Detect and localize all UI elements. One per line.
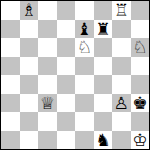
square-c6[interactable]: [38, 38, 57, 57]
white-queen[interactable]: ♕: [40, 94, 55, 113]
square-b4[interactable]: [20, 75, 39, 94]
square-e1[interactable]: [75, 131, 94, 150]
square-b5[interactable]: [20, 57, 39, 76]
square-c3[interactable]: ♕: [38, 94, 57, 113]
square-a6[interactable]: [1, 38, 20, 57]
square-g1[interactable]: [112, 131, 131, 150]
square-f6[interactable]: [94, 38, 113, 57]
black-rook[interactable]: ♜: [95, 20, 110, 39]
square-b8[interactable]: ♗: [20, 1, 39, 20]
square-e5[interactable]: [75, 57, 94, 76]
square-b2[interactable]: [20, 112, 39, 131]
square-g3[interactable]: ♙: [112, 94, 131, 113]
square-e6[interactable]: ♘: [75, 38, 94, 57]
square-h7[interactable]: [131, 20, 150, 39]
square-f2[interactable]: [94, 112, 113, 131]
square-f5[interactable]: [94, 57, 113, 76]
white-knight[interactable]: ♘: [132, 38, 147, 57]
square-b7[interactable]: [20, 20, 39, 39]
square-h4[interactable]: [131, 75, 150, 94]
black-bishop[interactable]: ♝: [77, 20, 92, 39]
square-a2[interactable]: [1, 112, 20, 131]
square-d2[interactable]: [57, 112, 76, 131]
square-d3[interactable]: [57, 94, 76, 113]
square-g6[interactable]: [112, 38, 131, 57]
square-a5[interactable]: [1, 57, 20, 76]
square-a8[interactable]: [1, 1, 20, 20]
square-b6[interactable]: [20, 38, 39, 57]
square-g4[interactable]: [112, 75, 131, 94]
square-h5[interactable]: [131, 57, 150, 76]
square-f8[interactable]: [94, 1, 113, 20]
board-grid: ♗♖♝♜♘♘♕♙♚♞♔: [1, 1, 149, 149]
square-a7[interactable]: [1, 20, 20, 39]
square-d4[interactable]: [57, 75, 76, 94]
square-c5[interactable]: [38, 57, 57, 76]
square-a3[interactable]: [1, 94, 20, 113]
square-e8[interactable]: [75, 1, 94, 20]
square-c4[interactable]: [38, 75, 57, 94]
square-e4[interactable]: [75, 75, 94, 94]
square-h3[interactable]: ♚: [131, 94, 150, 113]
square-f4[interactable]: [94, 75, 113, 94]
square-f7[interactable]: ♜: [94, 20, 113, 39]
square-b1[interactable]: [20, 131, 39, 150]
black-king[interactable]: ♚: [132, 94, 147, 113]
square-a4[interactable]: [1, 75, 20, 94]
square-g2[interactable]: [112, 112, 131, 131]
square-c2[interactable]: [38, 112, 57, 131]
square-d5[interactable]: [57, 57, 76, 76]
square-d6[interactable]: [57, 38, 76, 57]
black-knight[interactable]: ♞: [95, 131, 110, 150]
square-b3[interactable]: [20, 94, 39, 113]
square-c1[interactable]: [38, 131, 57, 150]
square-h6[interactable]: ♘: [131, 38, 150, 57]
square-g5[interactable]: [112, 57, 131, 76]
chess-board: ♗♖♝♜♘♘♕♙♚♞♔: [0, 0, 150, 150]
square-a1[interactable]: [1, 131, 20, 150]
square-d7[interactable]: [57, 20, 76, 39]
white-bishop[interactable]: ♗: [21, 1, 36, 20]
square-h1[interactable]: ♔: [131, 131, 150, 150]
square-f1[interactable]: ♞: [94, 131, 113, 150]
white-knight[interactable]: ♘: [77, 38, 92, 57]
square-h8[interactable]: [131, 1, 150, 20]
square-f3[interactable]: [94, 94, 113, 113]
square-g8[interactable]: ♖: [112, 1, 131, 20]
square-g7[interactable]: [112, 20, 131, 39]
white-king[interactable]: ♔: [132, 131, 147, 150]
square-h2[interactable]: [131, 112, 150, 131]
white-rook[interactable]: ♖: [114, 1, 129, 20]
square-c7[interactable]: [38, 20, 57, 39]
white-pawn[interactable]: ♙: [114, 94, 129, 113]
square-e7[interactable]: ♝: [75, 20, 94, 39]
square-c8[interactable]: [38, 1, 57, 20]
square-d1[interactable]: [57, 131, 76, 150]
square-e2[interactable]: [75, 112, 94, 131]
square-e3[interactable]: [75, 94, 94, 113]
square-d8[interactable]: [57, 1, 76, 20]
